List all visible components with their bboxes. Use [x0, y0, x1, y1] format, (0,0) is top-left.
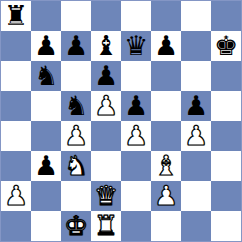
square-g7[interactable] — [181, 31, 211, 61]
square-g6[interactable] — [181, 61, 211, 91]
piece-white-pawn: ♟ — [94, 91, 118, 121]
piece-black-pawn: ♟ — [64, 31, 88, 61]
square-h8[interactable] — [211, 1, 241, 31]
piece-black-pawn: ♟ — [124, 91, 148, 121]
piece-white-knight: ♞ — [64, 151, 88, 181]
piece-white-pawn: ♟ — [64, 121, 88, 151]
square-c1[interactable]: ♚ — [61, 211, 91, 241]
square-h2[interactable] — [211, 181, 241, 211]
square-a1[interactable] — [1, 211, 31, 241]
square-e3[interactable] — [121, 151, 151, 181]
square-a7[interactable] — [1, 31, 31, 61]
square-f5[interactable] — [151, 91, 181, 121]
square-g8[interactable] — [181, 1, 211, 31]
piece-white-king: ♚ — [64, 211, 88, 241]
square-c6[interactable] — [61, 61, 91, 91]
square-b8[interactable] — [31, 1, 61, 31]
square-d2[interactable]: ♛ — [91, 181, 121, 211]
square-f8[interactable] — [151, 1, 181, 31]
square-f1[interactable] — [151, 211, 181, 241]
square-e5[interactable]: ♟ — [121, 91, 151, 121]
square-c4[interactable]: ♟ — [61, 121, 91, 151]
piece-black-pawn: ♟ — [94, 61, 118, 91]
square-e7[interactable]: ♛ — [121, 31, 151, 61]
square-d4[interactable] — [91, 121, 121, 151]
square-g1[interactable] — [181, 211, 211, 241]
square-h7[interactable]: ♚ — [211, 31, 241, 61]
piece-black-rook: ♜ — [4, 1, 28, 31]
square-b1[interactable] — [31, 211, 61, 241]
square-d8[interactable] — [91, 1, 121, 31]
piece-black-knight: ♞ — [64, 91, 88, 121]
square-d6[interactable]: ♟ — [91, 61, 121, 91]
square-a3[interactable] — [1, 151, 31, 181]
piece-black-pawn: ♟ — [34, 31, 58, 61]
square-e4[interactable]: ♟ — [121, 121, 151, 151]
square-b6[interactable]: ♞ — [31, 61, 61, 91]
square-e6[interactable] — [121, 61, 151, 91]
square-b5[interactable] — [31, 91, 61, 121]
piece-black-pawn: ♟ — [154, 31, 178, 61]
square-d1[interactable]: ♜ — [91, 211, 121, 241]
square-h6[interactable] — [211, 61, 241, 91]
square-a4[interactable] — [1, 121, 31, 151]
square-b2[interactable] — [31, 181, 61, 211]
square-g3[interactable] — [181, 151, 211, 181]
square-c8[interactable] — [61, 1, 91, 31]
piece-white-rook: ♜ — [94, 211, 118, 241]
square-b4[interactable] — [31, 121, 61, 151]
piece-white-queen: ♛ — [94, 181, 118, 211]
square-c7[interactable]: ♟ — [61, 31, 91, 61]
chess-board: ♜♟♟♝♛♟♚♞♟♞♟♟♟♟♟♟♟♞♝♟♛♟♚♜ — [0, 0, 242, 242]
square-e1[interactable] — [121, 211, 151, 241]
square-f2[interactable]: ♟ — [151, 181, 181, 211]
square-h1[interactable] — [211, 211, 241, 241]
square-d7[interactable]: ♝ — [91, 31, 121, 61]
piece-black-bishop: ♝ — [94, 31, 118, 61]
square-e2[interactable] — [121, 181, 151, 211]
square-f3[interactable]: ♝ — [151, 151, 181, 181]
piece-white-pawn: ♟ — [154, 181, 178, 211]
square-f6[interactable] — [151, 61, 181, 91]
square-h5[interactable] — [211, 91, 241, 121]
piece-white-pawn: ♟ — [184, 121, 208, 151]
square-a5[interactable] — [1, 91, 31, 121]
square-b7[interactable]: ♟ — [31, 31, 61, 61]
square-c2[interactable] — [61, 181, 91, 211]
square-a6[interactable] — [1, 61, 31, 91]
square-h4[interactable] — [211, 121, 241, 151]
piece-black-pawn: ♟ — [34, 151, 58, 181]
piece-black-king: ♚ — [214, 31, 238, 61]
square-e8[interactable] — [121, 1, 151, 31]
piece-black-pawn: ♟ — [184, 91, 208, 121]
square-c3[interactable]: ♞ — [61, 151, 91, 181]
square-b3[interactable]: ♟ — [31, 151, 61, 181]
piece-black-knight: ♞ — [34, 61, 58, 91]
square-g5[interactable]: ♟ — [181, 91, 211, 121]
square-h3[interactable] — [211, 151, 241, 181]
square-f4[interactable] — [151, 121, 181, 151]
piece-white-pawn: ♟ — [124, 121, 148, 151]
square-a8[interactable]: ♜ — [1, 1, 31, 31]
square-c5[interactable]: ♞ — [61, 91, 91, 121]
piece-white-bishop: ♝ — [154, 151, 178, 181]
square-f7[interactable]: ♟ — [151, 31, 181, 61]
square-d5[interactable]: ♟ — [91, 91, 121, 121]
square-a2[interactable]: ♟ — [1, 181, 31, 211]
chess-board-container: ♜♟♟♝♛♟♚♞♟♞♟♟♟♟♟♟♟♞♝♟♛♟♚♜ — [0, 0, 242, 242]
square-d3[interactable] — [91, 151, 121, 181]
piece-black-queen: ♛ — [124, 31, 148, 61]
square-g4[interactable]: ♟ — [181, 121, 211, 151]
piece-white-pawn: ♟ — [4, 181, 28, 211]
square-g2[interactable] — [181, 181, 211, 211]
